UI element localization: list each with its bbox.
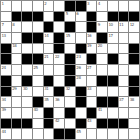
clue-number: 32 bbox=[66, 86, 70, 91]
crossword-board: 1234567891011121314151617181920212223242… bbox=[0, 0, 140, 140]
cell-6-12[interactable] bbox=[129, 65, 139, 75]
cell-1-7[interactable]: 6 bbox=[76, 12, 86, 22]
block-cell-11-9 bbox=[97, 119, 107, 129]
block-cell-7-12 bbox=[129, 76, 139, 86]
cell-11-3[interactable] bbox=[33, 119, 43, 129]
cell-2-11[interactable]: 11 bbox=[119, 22, 129, 32]
clue-number: 20 bbox=[98, 43, 102, 48]
block-cell-12-6 bbox=[65, 129, 75, 139]
clue-number: 4 bbox=[98, 1, 100, 6]
cell-5-4[interactable]: 21 bbox=[44, 54, 54, 64]
block-cell-11-0 bbox=[1, 119, 11, 129]
block-cell-7-9 bbox=[97, 76, 107, 86]
cell-11-6[interactable] bbox=[65, 119, 75, 129]
cell-6-10[interactable] bbox=[108, 65, 118, 75]
clue-number: 44 bbox=[2, 129, 6, 134]
cell-3-7[interactable] bbox=[76, 33, 86, 43]
clue-number: 27 bbox=[87, 65, 91, 70]
cell-2-0[interactable]: 7 bbox=[1, 22, 11, 32]
clue-number: 17 bbox=[108, 33, 112, 38]
cell-1-4[interactable] bbox=[44, 12, 54, 22]
clue-number: 37 bbox=[119, 97, 123, 102]
cell-6-9[interactable] bbox=[97, 65, 107, 75]
block-cell-4-0 bbox=[1, 44, 11, 54]
block-cell-11-11 bbox=[119, 119, 129, 129]
cell-7-3[interactable] bbox=[33, 76, 43, 86]
block-cell-1-1 bbox=[12, 12, 22, 22]
block-cell-5-12 bbox=[129, 54, 139, 64]
block-cell-1-8 bbox=[87, 12, 97, 22]
cell-6-5[interactable] bbox=[54, 65, 64, 75]
cell-8-3[interactable] bbox=[33, 87, 43, 97]
cell-9-8[interactable] bbox=[87, 97, 97, 107]
cell-1-0[interactable] bbox=[1, 12, 11, 22]
cell-3-4[interactable]: 14 bbox=[44, 33, 54, 43]
clue-number: 40 bbox=[34, 107, 38, 112]
cell-10-1[interactable] bbox=[12, 108, 22, 118]
cell-9-0[interactable]: 34 bbox=[1, 97, 11, 107]
cell-0-9[interactable]: 4 bbox=[97, 1, 107, 11]
block-cell-7-2 bbox=[22, 76, 32, 86]
cell-12-8[interactable] bbox=[87, 129, 97, 139]
cell-0-10[interactable] bbox=[108, 1, 118, 11]
cell-5-5[interactable]: 22 bbox=[54, 54, 64, 64]
clue-number: 31 bbox=[44, 86, 48, 91]
clue-number: 35 bbox=[44, 97, 48, 102]
cell-3-11[interactable] bbox=[119, 33, 129, 43]
cell-12-1[interactable] bbox=[12, 129, 22, 139]
block-cell-1-5 bbox=[54, 12, 64, 22]
block-cell-11-4 bbox=[44, 119, 54, 129]
cell-10-12[interactable] bbox=[129, 108, 139, 118]
cell-6-11[interactable] bbox=[119, 65, 129, 75]
cell-8-8[interactable]: 33 bbox=[87, 87, 97, 97]
cell-12-7[interactable]: 45 bbox=[76, 129, 86, 139]
cell-10-5[interactable] bbox=[54, 108, 64, 118]
clue-number: 41 bbox=[98, 107, 102, 112]
block-cell-7-10 bbox=[108, 76, 118, 86]
cell-9-1[interactable] bbox=[12, 97, 22, 107]
cell-11-12[interactable] bbox=[129, 119, 139, 129]
cell-12-12[interactable] bbox=[129, 129, 139, 139]
cell-8-2[interactable]: 30 bbox=[22, 87, 32, 97]
block-cell-9-9 bbox=[97, 97, 107, 107]
clue-number: 33 bbox=[87, 86, 91, 91]
block-cell-1-12 bbox=[129, 12, 139, 22]
clue-number: 3 bbox=[87, 1, 89, 6]
cell-3-12[interactable] bbox=[129, 33, 139, 43]
cell-9-11[interactable]: 37 bbox=[119, 97, 129, 107]
cell-8-11[interactable] bbox=[119, 87, 129, 97]
clue-number: 23 bbox=[76, 54, 80, 59]
block-cell-8-0 bbox=[1, 87, 11, 97]
cell-12-2[interactable] bbox=[22, 129, 32, 139]
cell-9-5[interactable]: 36 bbox=[54, 97, 64, 107]
clue-number: 30 bbox=[23, 86, 27, 91]
cell-11-5[interactable]: 42 bbox=[54, 119, 64, 129]
cell-4-6[interactable] bbox=[65, 44, 75, 54]
cell-4-9[interactable]: 20 bbox=[97, 44, 107, 54]
cell-0-4[interactable]: 2 bbox=[44, 1, 54, 11]
block-cell-9-3 bbox=[33, 97, 43, 107]
clue-number: 5 bbox=[66, 11, 68, 16]
block-cell-8-7 bbox=[76, 87, 86, 97]
clue-number: 18 bbox=[12, 43, 16, 48]
cell-9-12[interactable]: 38 bbox=[129, 97, 139, 107]
clue-number: 38 bbox=[130, 97, 134, 102]
cell-10-11[interactable] bbox=[119, 108, 129, 118]
cell-8-1[interactable]: 29 bbox=[12, 87, 22, 97]
block-cell-1-10 bbox=[108, 12, 118, 22]
cell-10-0[interactable]: 39 bbox=[1, 108, 11, 118]
block-cell-8-5 bbox=[54, 87, 64, 97]
cell-4-2[interactable] bbox=[22, 44, 32, 54]
cell-12-9[interactable] bbox=[97, 129, 107, 139]
cell-2-10[interactable]: 10 bbox=[108, 22, 118, 32]
clue-number: 14 bbox=[44, 33, 48, 38]
cell-11-8[interactable]: 43 bbox=[87, 119, 97, 129]
block-cell-7-0 bbox=[1, 76, 11, 86]
clue-number: 24 bbox=[2, 65, 6, 70]
cell-8-9[interactable] bbox=[97, 87, 107, 97]
clue-number: 7 bbox=[2, 22, 4, 27]
block-cell-0-7 bbox=[76, 1, 86, 11]
cell-12-4[interactable] bbox=[44, 129, 54, 139]
cell-7-11[interactable] bbox=[119, 76, 129, 86]
clue-number: 19 bbox=[87, 43, 91, 48]
cell-1-9[interactable] bbox=[97, 12, 107, 22]
cell-12-0[interactable]: 44 bbox=[1, 129, 11, 139]
cell-3-0[interactable]: 13 bbox=[1, 33, 11, 43]
block-cell-7-6 bbox=[65, 76, 75, 86]
clue-number: 2 bbox=[44, 1, 46, 6]
cell-7-7[interactable]: 28 bbox=[76, 76, 86, 86]
cell-7-1[interactable] bbox=[12, 76, 22, 86]
cell-0-5[interactable] bbox=[54, 1, 64, 11]
clue-number: 42 bbox=[55, 118, 59, 123]
cell-3-10[interactable]: 17 bbox=[108, 33, 118, 43]
clue-number: 12 bbox=[130, 22, 134, 27]
clue-number: 22 bbox=[55, 54, 59, 59]
block-cell-5-10 bbox=[108, 54, 118, 64]
cell-2-5[interactable] bbox=[54, 22, 64, 32]
block-cell-11-7 bbox=[76, 119, 86, 129]
cell-3-1[interactable] bbox=[12, 33, 22, 43]
cell-2-12[interactable]: 12 bbox=[129, 22, 139, 32]
cell-5-9[interactable] bbox=[97, 54, 107, 64]
block-cell-0-6 bbox=[65, 1, 75, 11]
cell-8-4[interactable]: 31 bbox=[44, 87, 54, 97]
clue-number: 8 bbox=[12, 22, 14, 27]
block-cell-2-6 bbox=[65, 22, 75, 32]
cell-4-8[interactable]: 19 bbox=[87, 44, 97, 54]
clue-number: 10 bbox=[108, 22, 112, 27]
clue-number: 34 bbox=[2, 97, 6, 102]
block-cell-1-2 bbox=[22, 12, 32, 22]
cell-0-1[interactable] bbox=[12, 1, 22, 11]
cell-0-12[interactable] bbox=[129, 1, 139, 11]
cell-10-10[interactable] bbox=[108, 108, 118, 118]
clue-number: 16 bbox=[87, 33, 91, 38]
block-cell-9-10 bbox=[108, 97, 118, 107]
cell-6-1[interactable] bbox=[12, 65, 22, 75]
cell-12-10[interactable] bbox=[108, 129, 118, 139]
block-cell-3-5 bbox=[54, 33, 64, 43]
block-cell-1-3 bbox=[33, 12, 43, 22]
block-cell-10-4 bbox=[44, 108, 54, 118]
cell-8-10[interactable] bbox=[108, 87, 118, 97]
block-cell-11-2 bbox=[22, 119, 32, 129]
clue-number: 15 bbox=[66, 33, 70, 38]
block-cell-9-7 bbox=[76, 97, 86, 107]
block-cell-5-0 bbox=[1, 54, 11, 64]
cell-4-11[interactable] bbox=[119, 44, 129, 54]
cell-5-11[interactable] bbox=[119, 54, 129, 64]
cell-4-3[interactable] bbox=[33, 44, 43, 54]
block-cell-1-11 bbox=[119, 12, 129, 22]
clue-number: 1 bbox=[2, 1, 4, 6]
cell-6-8[interactable]: 27 bbox=[87, 65, 97, 75]
cell-12-11[interactable] bbox=[119, 129, 129, 139]
clue-number: 39 bbox=[2, 107, 6, 112]
cell-2-1[interactable]: 8 bbox=[12, 22, 22, 32]
cell-10-9[interactable]: 41 bbox=[97, 108, 107, 118]
cell-2-9[interactable]: 9 bbox=[97, 22, 107, 32]
clue-number: 9 bbox=[98, 22, 100, 27]
cell-3-8[interactable]: 16 bbox=[87, 33, 97, 43]
cell-0-2[interactable] bbox=[22, 1, 32, 11]
block-cell-12-5 bbox=[54, 129, 64, 139]
cell-4-4[interactable] bbox=[44, 44, 54, 54]
clue-number: 29 bbox=[12, 86, 16, 91]
block-cell-10-6 bbox=[65, 108, 75, 118]
cell-6-0[interactable]: 24 bbox=[1, 65, 11, 75]
block-cell-11-10 bbox=[108, 119, 118, 129]
block-cell-11-1 bbox=[12, 119, 22, 129]
block-cell-2-8 bbox=[87, 22, 97, 32]
cell-7-5[interactable] bbox=[54, 76, 64, 86]
cell-9-6[interactable] bbox=[65, 97, 75, 107]
clue-number: 43 bbox=[87, 118, 91, 123]
cell-5-7[interactable]: 23 bbox=[76, 54, 86, 64]
cell-2-2[interactable] bbox=[22, 22, 32, 32]
block-cell-3-2 bbox=[22, 33, 32, 43]
cell-6-4[interactable] bbox=[44, 65, 54, 75]
cell-7-8[interactable] bbox=[87, 76, 97, 86]
block-cell-2-4 bbox=[44, 22, 54, 32]
block-cell-5-6 bbox=[65, 54, 75, 64]
cell-0-0[interactable]: 1 bbox=[1, 1, 11, 11]
cell-6-3[interactable]: 25 bbox=[33, 65, 43, 75]
cell-9-4[interactable]: 35 bbox=[44, 97, 54, 107]
block-cell-7-4 bbox=[44, 76, 54, 86]
block-cell-4-12 bbox=[129, 44, 139, 54]
cell-12-3[interactable] bbox=[33, 129, 43, 139]
clue-number: 6 bbox=[76, 11, 78, 16]
block-cell-3-3 bbox=[33, 33, 43, 43]
block-cell-3-9 bbox=[97, 33, 107, 43]
cell-8-6[interactable]: 32 bbox=[65, 87, 75, 97]
clue-number: 21 bbox=[44, 54, 48, 59]
block-cell-5-3 bbox=[33, 54, 43, 64]
cell-4-10[interactable] bbox=[108, 44, 118, 54]
block-cell-8-12 bbox=[129, 87, 139, 97]
cell-6-2[interactable] bbox=[22, 65, 32, 75]
clue-number: 28 bbox=[76, 75, 80, 80]
block-cell-4-5 bbox=[54, 44, 64, 54]
cell-10-7[interactable] bbox=[76, 108, 86, 118]
block-cell-4-7 bbox=[76, 44, 86, 54]
cell-0-8[interactable]: 3 bbox=[87, 1, 97, 11]
clue-number: 11 bbox=[119, 22, 123, 27]
clue-number: 26 bbox=[76, 65, 80, 70]
cell-2-3[interactable] bbox=[33, 22, 43, 32]
cell-9-2[interactable] bbox=[22, 97, 32, 107]
clue-number: 13 bbox=[2, 33, 6, 38]
cell-4-1[interactable]: 18 bbox=[12, 44, 22, 54]
clue-number: 45 bbox=[76, 129, 80, 134]
block-cell-10-8 bbox=[87, 108, 97, 118]
cell-2-7[interactable] bbox=[76, 22, 86, 32]
block-cell-5-2 bbox=[22, 54, 32, 64]
cell-10-2[interactable] bbox=[22, 108, 32, 118]
cell-3-6[interactable]: 15 bbox=[65, 33, 75, 43]
cell-0-3[interactable] bbox=[33, 1, 43, 11]
block-cell-5-8 bbox=[87, 54, 97, 64]
cell-10-3[interactable]: 40 bbox=[33, 108, 43, 118]
clue-number: 36 bbox=[55, 97, 59, 102]
cell-5-1[interactable] bbox=[12, 54, 22, 64]
cell-0-11[interactable] bbox=[119, 1, 129, 11]
cell-6-7[interactable]: 26 bbox=[76, 65, 86, 75]
clue-number: 25 bbox=[34, 65, 38, 70]
cell-1-6[interactable]: 5 bbox=[65, 12, 75, 22]
block-cell-6-6 bbox=[65, 65, 75, 75]
